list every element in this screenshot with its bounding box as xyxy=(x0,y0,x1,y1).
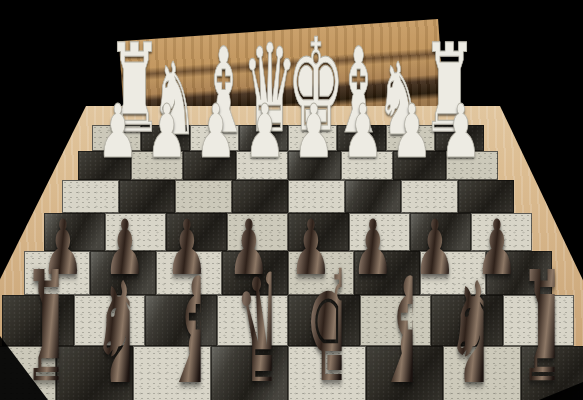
dark-back-rank-row: ♜♞♝♛♚♝♞♜ xyxy=(4,250,570,400)
white-pawn[interactable]: ♟ xyxy=(342,94,372,168)
dark-rook[interactable]: ♜ xyxy=(515,252,554,400)
dark-bishop[interactable]: ♝ xyxy=(374,258,413,400)
white-pawn[interactable]: ♟ xyxy=(146,94,176,168)
dark-bishop[interactable]: ♝ xyxy=(161,258,200,400)
dark-king[interactable]: ♚ xyxy=(303,250,342,400)
dark-knight[interactable]: ♞ xyxy=(444,264,483,400)
white-pawn[interactable]: ♟ xyxy=(244,94,274,168)
chess-set-photo: ♜♞♝♛♚♝♞♜ ♟♟♟♟♟♟♟♟ ♟♟♟♟♟♟♟♟ ♜♞♝♛♚♝♞♜ xyxy=(0,0,583,400)
white-pawn[interactable]: ♟ xyxy=(391,94,421,168)
white-pawn-rank-row: ♟♟♟♟♟♟♟♟ xyxy=(88,94,480,168)
dark-rook[interactable]: ♜ xyxy=(19,252,58,400)
dark-knight[interactable]: ♞ xyxy=(90,264,129,400)
white-pawn[interactable]: ♟ xyxy=(195,94,225,168)
white-pawn[interactable]: ♟ xyxy=(293,94,323,168)
white-pawn[interactable]: ♟ xyxy=(97,94,127,168)
dark-queen[interactable]: ♛ xyxy=(232,254,271,400)
white-pawn[interactable]: ♟ xyxy=(440,94,470,168)
